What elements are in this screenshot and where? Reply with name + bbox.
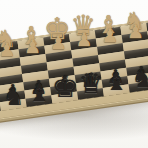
square-a2[interactable]: ♟: [147, 28, 148, 40]
product-photo-stage: ♜♞♝♚♛♝♞♜♟♟♟♟♟♟♟♟♟♟♟♟♟♟♟♟♜♞♝♚♛♝♞♜: [0, 0, 148, 148]
chess-board: ♜♞♝♚♛♝♞♜♟♟♟♟♟♟♟♟♟♟♟♟♟♟♟♟♜♞♝♚♛♝♞♜: [0, 19, 148, 114]
piece-black-rook[interactable]: ♜: [142, 63, 148, 87]
piece-white-pawn[interactable]: ♟: [135, 19, 148, 38]
